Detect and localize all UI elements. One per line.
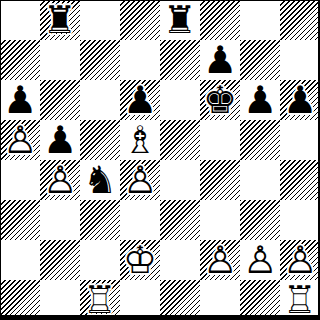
square-c5[interactable] (80, 120, 120, 160)
black-pawn-piece: ♟ (120, 80, 160, 120)
white-pawn-piece: ♙ (240, 240, 280, 280)
square-a2[interactable] (0, 240, 40, 280)
square-c3[interactable] (80, 200, 120, 240)
square-b4[interactable]: ♟♙ (40, 160, 80, 200)
chess-board: ♜♜♜♜♟♟♟♟♟♟♚♚♟♟♟♟♟♙♟♟♝♗♟♙♞♞♟♙♚♔♟♙♟♙♟♙♜♖♜♖ (0, 0, 320, 320)
square-c1[interactable]: ♜♖ (80, 280, 120, 320)
square-g2[interactable]: ♟♙ (240, 240, 280, 280)
square-a7[interactable] (0, 40, 40, 80)
square-f1[interactable] (200, 280, 240, 320)
black-rook-halo: ♜ (160, 0, 200, 40)
white-bishop-piece: ♗ (120, 120, 160, 160)
square-b5[interactable]: ♟♟ (40, 120, 80, 160)
square-h1[interactable]: ♜♖ (280, 280, 320, 320)
black-pawn-halo: ♟ (240, 80, 280, 120)
square-a4[interactable] (0, 160, 40, 200)
square-f2[interactable]: ♟♙ (200, 240, 240, 280)
square-d5[interactable]: ♝♗ (120, 120, 160, 160)
black-king-halo: ♚ (200, 80, 240, 120)
black-king-piece: ♚ (200, 80, 240, 120)
white-pawn-halo: ♟ (40, 160, 80, 200)
black-rook-halo: ♜ (40, 0, 80, 40)
square-h3[interactable] (280, 200, 320, 240)
square-e6[interactable] (160, 80, 200, 120)
black-rook-piece: ♜ (160, 0, 200, 40)
square-c7[interactable] (80, 40, 120, 80)
square-e8[interactable]: ♜♜ (160, 0, 200, 40)
square-d1[interactable] (120, 280, 160, 320)
square-g1[interactable] (240, 280, 280, 320)
white-rook-piece: ♖ (80, 280, 120, 320)
black-pawn-halo: ♟ (280, 80, 320, 120)
square-h8[interactable] (280, 0, 320, 40)
white-pawn-halo: ♟ (200, 240, 240, 280)
square-d4[interactable]: ♟♙ (120, 160, 160, 200)
square-g7[interactable] (240, 40, 280, 80)
square-h5[interactable] (280, 120, 320, 160)
square-e7[interactable] (160, 40, 200, 80)
white-king-halo: ♚ (120, 240, 160, 280)
square-e5[interactable] (160, 120, 200, 160)
black-knight-halo: ♞ (80, 160, 120, 200)
square-d2[interactable]: ♚♔ (120, 240, 160, 280)
square-a5[interactable]: ♟♙ (0, 120, 40, 160)
black-rook-piece: ♜ (40, 0, 80, 40)
black-pawn-piece: ♟ (240, 80, 280, 120)
square-g8[interactable] (240, 0, 280, 40)
square-b8[interactable]: ♜♜ (40, 0, 80, 40)
black-pawn-piece: ♟ (200, 40, 240, 80)
square-e1[interactable] (160, 280, 200, 320)
square-g4[interactable] (240, 160, 280, 200)
square-d7[interactable] (120, 40, 160, 80)
square-f4[interactable] (200, 160, 240, 200)
square-g3[interactable] (240, 200, 280, 240)
square-h4[interactable] (280, 160, 320, 200)
square-b3[interactable] (40, 200, 80, 240)
square-g6[interactable]: ♟♟ (240, 80, 280, 120)
black-pawn-piece: ♟ (40, 120, 80, 160)
square-c2[interactable] (80, 240, 120, 280)
black-pawn-halo: ♟ (0, 80, 40, 120)
square-f5[interactable] (200, 120, 240, 160)
square-f8[interactable] (200, 0, 240, 40)
white-rook-halo: ♜ (80, 280, 120, 320)
square-c4[interactable]: ♞♞ (80, 160, 120, 200)
square-b1[interactable] (40, 280, 80, 320)
white-rook-halo: ♜ (280, 280, 320, 320)
white-bishop-halo: ♝ (120, 120, 160, 160)
square-a6[interactable]: ♟♟ (0, 80, 40, 120)
square-c6[interactable] (80, 80, 120, 120)
square-c8[interactable] (80, 0, 120, 40)
square-f6[interactable]: ♚♚ (200, 80, 240, 120)
white-pawn-halo: ♟ (280, 240, 320, 280)
white-pawn-piece: ♙ (120, 160, 160, 200)
white-pawn-halo: ♟ (240, 240, 280, 280)
square-b6[interactable] (40, 80, 80, 120)
black-knight-piece: ♞ (80, 160, 120, 200)
white-pawn-piece: ♙ (200, 240, 240, 280)
square-g5[interactable] (240, 120, 280, 160)
square-b2[interactable] (40, 240, 80, 280)
white-pawn-halo: ♟ (0, 120, 40, 160)
white-pawn-piece: ♙ (0, 120, 40, 160)
square-f7[interactable]: ♟♟ (200, 40, 240, 80)
square-a3[interactable] (0, 200, 40, 240)
square-h2[interactable]: ♟♙ (280, 240, 320, 280)
square-e3[interactable] (160, 200, 200, 240)
white-pawn-piece: ♙ (280, 240, 320, 280)
black-pawn-halo: ♟ (40, 120, 80, 160)
black-pawn-piece: ♟ (0, 80, 40, 120)
square-h7[interactable] (280, 40, 320, 80)
square-a1[interactable] (0, 280, 40, 320)
square-d6[interactable]: ♟♟ (120, 80, 160, 120)
square-d3[interactable] (120, 200, 160, 240)
square-f3[interactable] (200, 200, 240, 240)
white-rook-piece: ♖ (280, 280, 320, 320)
black-pawn-halo: ♟ (200, 40, 240, 80)
white-pawn-halo: ♟ (120, 160, 160, 200)
white-king-piece: ♔ (120, 240, 160, 280)
square-h6[interactable]: ♟♟ (280, 80, 320, 120)
square-e2[interactable] (160, 240, 200, 280)
square-a8[interactable] (0, 0, 40, 40)
square-b7[interactable] (40, 40, 80, 80)
black-pawn-piece: ♟ (280, 80, 320, 120)
black-pawn-halo: ♟ (120, 80, 160, 120)
square-d8[interactable] (120, 0, 160, 40)
square-e4[interactable] (160, 160, 200, 200)
white-pawn-piece: ♙ (40, 160, 80, 200)
chess-diagram: ♜♜♜♜♟♟♟♟♟♟♚♚♟♟♟♟♟♙♟♟♝♗♟♙♞♞♟♙♚♔♟♙♟♙♟♙♜♖♜♖ (0, 0, 320, 320)
